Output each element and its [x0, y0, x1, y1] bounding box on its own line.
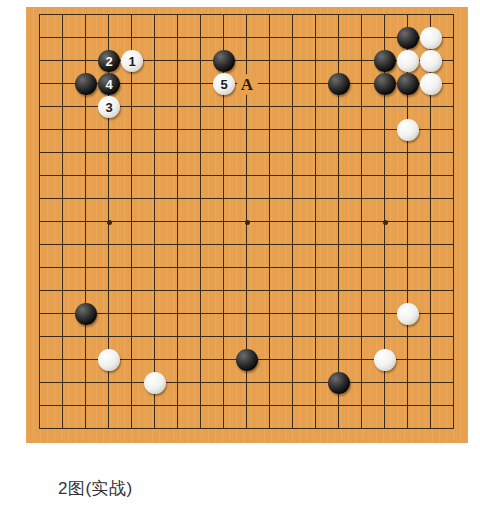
grid-cell: [178, 176, 201, 199]
diagram-caption: 2图(实战): [58, 477, 133, 500]
grid-cell: [63, 383, 86, 406]
grid-cell: [178, 268, 201, 291]
stone-black: [75, 303, 97, 325]
grid-cell: [293, 61, 316, 84]
grid-cell: [155, 199, 178, 222]
grid-cell: [201, 360, 224, 383]
grid-cell: [247, 107, 270, 130]
grid-cell: [362, 199, 385, 222]
grid-cell: [224, 245, 247, 268]
grid-cell: [109, 222, 132, 245]
star-point: [383, 220, 388, 225]
grid-cell: [155, 38, 178, 61]
grid-cell: [385, 176, 408, 199]
grid-cell: [132, 15, 155, 38]
grid-cell: [155, 153, 178, 176]
grid-cell: [63, 337, 86, 360]
grid-cell: [224, 107, 247, 130]
grid-cell: [63, 199, 86, 222]
grid-cell: [109, 176, 132, 199]
grid-cell: [316, 337, 339, 360]
grid-cell: [408, 337, 431, 360]
grid-cell: [385, 222, 408, 245]
grid-cell: [293, 383, 316, 406]
grid-cell: [178, 337, 201, 360]
stone-black: [328, 73, 350, 95]
grid-cell: [431, 199, 454, 222]
grid-cell: [339, 38, 362, 61]
grid-cell: [178, 153, 201, 176]
grid-cell: [385, 268, 408, 291]
stone-white: [420, 50, 442, 72]
stone-black: [397, 73, 419, 95]
stone-black: 4: [98, 73, 120, 95]
grid-cell: [339, 222, 362, 245]
grid-cell: [293, 222, 316, 245]
grid-cell: [362, 406, 385, 429]
grid-cell: [224, 130, 247, 153]
grid-cell: [270, 245, 293, 268]
grid-cell: [408, 406, 431, 429]
grid-cell: [339, 291, 362, 314]
grid-cell: [270, 291, 293, 314]
grid-cell: [293, 176, 316, 199]
grid-cell: [40, 291, 63, 314]
grid-cell: [132, 222, 155, 245]
grid-cell: [132, 84, 155, 107]
grid-cell: [316, 291, 339, 314]
point-label-A: A: [237, 74, 258, 95]
star-point: [245, 220, 250, 225]
grid-cell: [63, 360, 86, 383]
grid-cell: [362, 15, 385, 38]
grid-cell: [316, 268, 339, 291]
grid-cell: [385, 153, 408, 176]
grid-cell: [40, 360, 63, 383]
grid-cell: [63, 245, 86, 268]
grid-cell: [178, 222, 201, 245]
grid-cell: [431, 245, 454, 268]
grid-cell: [270, 130, 293, 153]
grid-cell: [247, 383, 270, 406]
grid-cell: [155, 314, 178, 337]
grid-cell: [155, 291, 178, 314]
stone-black: 2: [98, 50, 120, 72]
grid-cell: [86, 199, 109, 222]
grid-cell: [224, 406, 247, 429]
grid-cell: [293, 245, 316, 268]
grid-cell: [270, 268, 293, 291]
grid-cell: [178, 15, 201, 38]
grid-cell: [408, 268, 431, 291]
grid-cell: [224, 15, 247, 38]
move-number: 2: [105, 55, 112, 68]
grid-cell: [293, 291, 316, 314]
stone-black: [374, 73, 396, 95]
stone-white: [397, 303, 419, 325]
grid-cell: [86, 383, 109, 406]
grid-cell: [40, 383, 63, 406]
grid-cell: [316, 107, 339, 130]
grid-cell: [63, 130, 86, 153]
grid-cell: [431, 268, 454, 291]
grid-cell: [132, 130, 155, 153]
grid-cell: [178, 383, 201, 406]
grid-cell: [40, 84, 63, 107]
stone-white: [420, 27, 442, 49]
grid-cell: [431, 291, 454, 314]
grid-cell: [293, 406, 316, 429]
grid-cell: [339, 176, 362, 199]
grid-cell: [63, 153, 86, 176]
grid-cell: [316, 176, 339, 199]
grid-cell: [109, 245, 132, 268]
grid-cell: [155, 406, 178, 429]
grid-cell: [224, 176, 247, 199]
grid-cell: [201, 15, 224, 38]
grid-cell: [293, 107, 316, 130]
grid-cell: [109, 383, 132, 406]
grid-cell: [408, 222, 431, 245]
grid-cell: [362, 176, 385, 199]
grid-cell: [270, 406, 293, 429]
grid-cell: [40, 222, 63, 245]
grid-cell: [408, 199, 431, 222]
grid-cell: [178, 314, 201, 337]
grid-cell: [201, 268, 224, 291]
grid-cell: [132, 153, 155, 176]
grid-cell: [339, 245, 362, 268]
grid-cell: [178, 245, 201, 268]
grid-cell: [247, 176, 270, 199]
grid-cell: [155, 337, 178, 360]
grid-cell: [109, 15, 132, 38]
grid-cell: [431, 383, 454, 406]
go-board: 21435A: [26, 7, 468, 443]
grid-cell: [270, 337, 293, 360]
grid-cell: [247, 291, 270, 314]
grid-cell: [247, 199, 270, 222]
grid-cell: [86, 406, 109, 429]
grid-cell: [293, 84, 316, 107]
grid-cell: [270, 199, 293, 222]
grid-cell: [155, 245, 178, 268]
grid-cell: [86, 268, 109, 291]
grid-cell: [247, 130, 270, 153]
grid-cell: [293, 199, 316, 222]
grid-cell: [178, 360, 201, 383]
grid-cell: [247, 268, 270, 291]
grid-cell: [431, 314, 454, 337]
grid-cell: [339, 199, 362, 222]
grid-cell: [316, 199, 339, 222]
grid-cell: [40, 314, 63, 337]
grid-cell: [270, 15, 293, 38]
grid-cell: [270, 314, 293, 337]
grid-cell: [63, 176, 86, 199]
grid-cell: [362, 268, 385, 291]
grid-cell: [247, 222, 270, 245]
grid-cell: [316, 406, 339, 429]
grid-cell: [40, 268, 63, 291]
grid-cell: [109, 199, 132, 222]
grid-cell: [270, 383, 293, 406]
grid-cell: [155, 61, 178, 84]
grid-cell: [385, 245, 408, 268]
grid-cell: [40, 61, 63, 84]
grid-cell: [132, 245, 155, 268]
grid-cell: [362, 245, 385, 268]
star-point: [107, 220, 112, 225]
grid-cell: [362, 383, 385, 406]
grid-cell: [155, 15, 178, 38]
grid-cell: [201, 337, 224, 360]
grid-cell: [178, 84, 201, 107]
stone-white: [98, 349, 120, 371]
grid-cell: [201, 383, 224, 406]
grid-cell: [40, 38, 63, 61]
grid-cell: [362, 107, 385, 130]
grid-cell: [40, 15, 63, 38]
grid-cell: [316, 245, 339, 268]
grid-cell: [63, 107, 86, 130]
grid-cell: [224, 314, 247, 337]
grid-cell: [224, 153, 247, 176]
move-number: 4: [105, 78, 112, 91]
grid-cell: [270, 176, 293, 199]
grid-cell: [431, 176, 454, 199]
grid-cell: [132, 314, 155, 337]
grid-cell: [339, 337, 362, 360]
grid-cell: [201, 176, 224, 199]
grid-cell: [385, 199, 408, 222]
grid-cell: [132, 291, 155, 314]
grid-cell: [132, 406, 155, 429]
stone-black: [397, 27, 419, 49]
grid-cell: [201, 222, 224, 245]
grid-cell: [40, 406, 63, 429]
grid-cell: [270, 222, 293, 245]
grid-cell: [155, 176, 178, 199]
grid-cell: [339, 268, 362, 291]
stone-black: [328, 372, 350, 394]
grid-cell: [316, 15, 339, 38]
grid-cell: [40, 130, 63, 153]
grid-cell: [385, 406, 408, 429]
grid-cell: [109, 291, 132, 314]
grid-cell: [224, 268, 247, 291]
grid-cell: [178, 199, 201, 222]
stone-black: [213, 50, 235, 72]
grid-cell: [247, 153, 270, 176]
grid-cell: [408, 153, 431, 176]
grid-cell: [385, 383, 408, 406]
grid-cell: [224, 222, 247, 245]
grid-cell: [408, 360, 431, 383]
grid-cell: [86, 15, 109, 38]
grid-cell: [293, 314, 316, 337]
grid-cell: [247, 15, 270, 38]
grid-cell: [63, 222, 86, 245]
stone-white: 3: [98, 96, 120, 118]
grid-cell: [155, 222, 178, 245]
grid-cell: [431, 406, 454, 429]
grid-cell: [270, 107, 293, 130]
grid-cell: [40, 153, 63, 176]
grid-cell: [431, 222, 454, 245]
grid-cell: [293, 130, 316, 153]
grid-cell: [63, 38, 86, 61]
stone-white: [420, 73, 442, 95]
grid-cell: [40, 199, 63, 222]
grid-cell: [431, 107, 454, 130]
grid-cell: [408, 383, 431, 406]
grid-cell: [201, 130, 224, 153]
grid-cell: [86, 153, 109, 176]
grid-cell: [247, 38, 270, 61]
grid-cell: [201, 406, 224, 429]
grid-cell: [132, 268, 155, 291]
grid-cell: [201, 245, 224, 268]
grid-cell: [86, 130, 109, 153]
stone-white: [374, 349, 396, 371]
grid-cell: [201, 314, 224, 337]
grid-cell: [86, 222, 109, 245]
stone-white: [144, 372, 166, 394]
grid-cell: [63, 406, 86, 429]
grid-cell: [178, 406, 201, 429]
stone-black: [236, 349, 258, 371]
grid-cell: [408, 176, 431, 199]
grid-cell: [431, 130, 454, 153]
move-number: 5: [220, 78, 227, 91]
grid-cell: [178, 291, 201, 314]
grid-cell: [339, 314, 362, 337]
grid-cell: [63, 15, 86, 38]
grid-cell: [316, 130, 339, 153]
grid-cell: [86, 245, 109, 268]
grid-cell: [247, 245, 270, 268]
grid-cell: [155, 84, 178, 107]
grid-cell: [178, 38, 201, 61]
grid-cell: [408, 245, 431, 268]
grid-cell: [178, 107, 201, 130]
grid-cell: [155, 268, 178, 291]
grid-cell: [362, 291, 385, 314]
grid-cell: [155, 130, 178, 153]
grid-cell: [293, 337, 316, 360]
grid-cell: [339, 15, 362, 38]
grid-cell: [201, 291, 224, 314]
grid-cell: [316, 153, 339, 176]
grid-cell: [224, 383, 247, 406]
grid-cell: [316, 38, 339, 61]
grid-cell: [201, 199, 224, 222]
grid-cell: [132, 107, 155, 130]
grid-cell: [201, 107, 224, 130]
grid-cell: [40, 107, 63, 130]
grid-cell: [270, 38, 293, 61]
grid-cell: [132, 176, 155, 199]
grid-cell: [63, 268, 86, 291]
grid-cell: [293, 38, 316, 61]
grid-cell: [224, 199, 247, 222]
grid-cell: [178, 61, 201, 84]
grid-cell: [431, 153, 454, 176]
grid-cell: [132, 199, 155, 222]
stone-black: [374, 50, 396, 72]
grid-cell: [247, 314, 270, 337]
grid-cell: [270, 61, 293, 84]
grid-cell: [109, 314, 132, 337]
grid-cell: [109, 153, 132, 176]
grid-cell: [316, 222, 339, 245]
grid-cell: [362, 314, 385, 337]
grid-cell: [293, 15, 316, 38]
grid-cell: [86, 176, 109, 199]
grid-cell: [270, 153, 293, 176]
grid-cell: [270, 84, 293, 107]
grid-cell: [155, 107, 178, 130]
grid-cell: [109, 130, 132, 153]
stone-white: [397, 50, 419, 72]
grid-cell: [109, 406, 132, 429]
grid-cell: [339, 153, 362, 176]
move-number: 1: [128, 55, 135, 68]
grid-cell: [178, 130, 201, 153]
move-number: 3: [105, 101, 112, 114]
grid-cell: [40, 337, 63, 360]
grid-cell: [109, 268, 132, 291]
stone-white: 1: [121, 50, 143, 72]
page: 21435A 2图(实战): [0, 0, 480, 508]
grid-cell: [270, 360, 293, 383]
grid-cell: [316, 314, 339, 337]
grid-cell: [40, 176, 63, 199]
stone-white: [397, 119, 419, 141]
grid-cell: [339, 107, 362, 130]
stone-white: 5: [213, 73, 235, 95]
grid-cell: [362, 153, 385, 176]
stone-black: [75, 73, 97, 95]
grid-cell: [247, 406, 270, 429]
grid-cell: [132, 337, 155, 360]
grid-cell: [293, 153, 316, 176]
grid-cell: [201, 153, 224, 176]
grid-cell: [293, 268, 316, 291]
grid-cell: [431, 337, 454, 360]
grid-cell: [293, 360, 316, 383]
grid-cell: [362, 222, 385, 245]
grid-cell: [431, 360, 454, 383]
grid-cell: [224, 291, 247, 314]
grid-cell: [339, 130, 362, 153]
grid-cell: [362, 130, 385, 153]
grid-cell: [339, 406, 362, 429]
grid-cell: [40, 245, 63, 268]
